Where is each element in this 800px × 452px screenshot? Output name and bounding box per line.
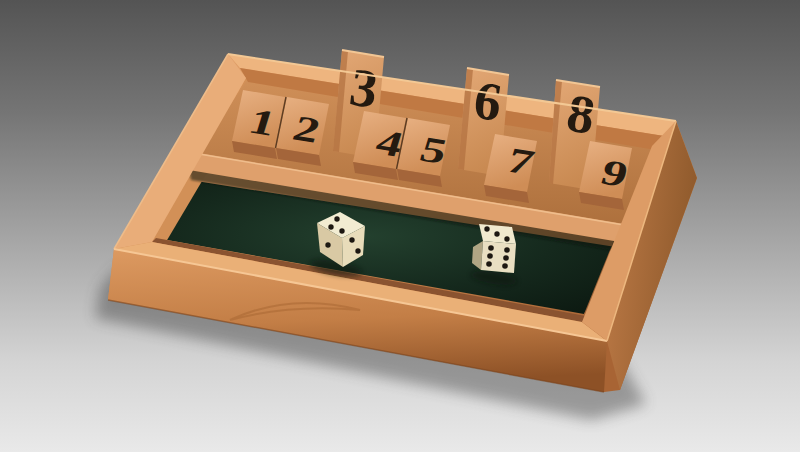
die-2-pip: [484, 226, 489, 231]
die-1-pip: [349, 237, 354, 242]
die-2-pip: [503, 255, 509, 261]
die-2-pip: [494, 231, 499, 236]
die-2-pip: [504, 236, 509, 241]
die-1-pip: [339, 228, 344, 233]
die-2-pip: [488, 245, 494, 251]
die-2-pip: [502, 263, 508, 269]
die-1-pip: [325, 242, 330, 247]
die-1-pip: [328, 224, 333, 229]
shut-the-box-scene: 3 6 8 1 2 4 5 7: [0, 0, 800, 452]
die-2-pip: [486, 261, 492, 267]
die-2-pip: [504, 247, 510, 253]
die-1-pip: [355, 248, 360, 253]
scene-canvas: 3 6 8 1 2 4 5 7: [0, 0, 800, 452]
die-1-pip: [334, 216, 339, 221]
die-2-pip: [487, 253, 493, 259]
die-2-front-face: [481, 241, 516, 273]
